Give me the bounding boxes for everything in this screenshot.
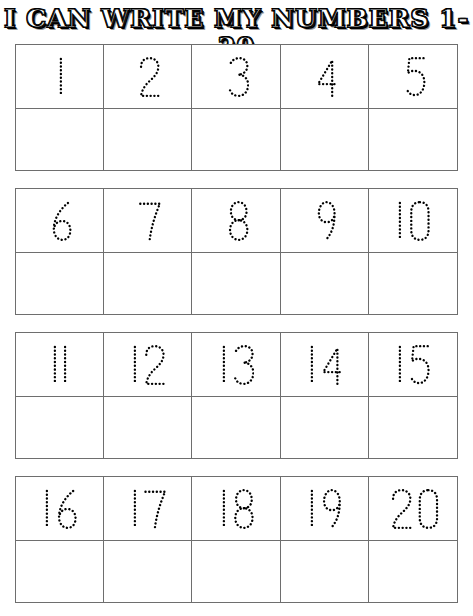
number-cell-6 xyxy=(16,189,104,253)
dotted-number-2 xyxy=(134,55,161,99)
practice-cell-12 xyxy=(104,397,192,458)
number-cell-16 xyxy=(16,477,104,541)
number-cell-9 xyxy=(281,189,369,253)
dotted-number-row xyxy=(16,45,457,109)
dotted-number-8 xyxy=(223,199,250,243)
dotted-number-12 xyxy=(129,343,166,387)
number-cell-3 xyxy=(192,45,280,109)
number-cell-14 xyxy=(281,333,369,397)
dotted-number-9 xyxy=(311,199,338,243)
dotted-number-7 xyxy=(134,199,161,243)
dotted-number-row xyxy=(16,189,457,253)
practice-cell-20 xyxy=(369,541,457,602)
number-cell-1 xyxy=(16,45,104,109)
number-cell-7 xyxy=(104,189,192,253)
dotted-number-11 xyxy=(49,343,69,387)
dotted-number-15 xyxy=(394,343,431,387)
practice-cell-8 xyxy=(192,253,280,314)
practice-cell-7 xyxy=(104,253,192,314)
practice-cell-17 xyxy=(104,541,192,602)
practice-cell-4 xyxy=(281,109,369,170)
dotted-number-13 xyxy=(218,343,255,387)
dotted-number-5 xyxy=(400,55,427,99)
dotted-number-19 xyxy=(306,487,343,531)
practice-row xyxy=(16,253,457,314)
practice-cell-15 xyxy=(369,397,457,458)
number-block-6-10 xyxy=(15,188,458,315)
number-blocks-container xyxy=(15,44,458,616)
practice-cell-2 xyxy=(104,109,192,170)
worksheet-page: I CAN WRITE MY NUMBERS 1-20 xyxy=(0,0,473,616)
practice-cell-19 xyxy=(281,541,369,602)
practice-cell-10 xyxy=(369,253,457,314)
number-cell-15 xyxy=(369,333,457,397)
practice-row xyxy=(16,109,457,170)
practice-cell-5 xyxy=(369,109,457,170)
dotted-number-3 xyxy=(223,55,250,99)
practice-cell-18 xyxy=(192,541,280,602)
dotted-number-18 xyxy=(218,487,255,531)
number-cell-20 xyxy=(369,477,457,541)
practice-cell-1 xyxy=(16,109,104,170)
practice-cell-3 xyxy=(192,109,280,170)
practice-row xyxy=(16,397,457,458)
number-cell-17 xyxy=(104,477,192,541)
practice-cell-14 xyxy=(281,397,369,458)
number-cell-12 xyxy=(104,333,192,397)
dotted-number-row xyxy=(16,333,457,397)
number-cell-13 xyxy=(192,333,280,397)
number-cell-18 xyxy=(192,477,280,541)
dotted-number-4 xyxy=(311,55,338,99)
practice-cell-13 xyxy=(192,397,280,458)
practice-row xyxy=(16,541,457,602)
number-block-1-5 xyxy=(15,44,458,171)
practice-cell-6 xyxy=(16,253,104,314)
number-block-16-20 xyxy=(15,476,458,603)
number-cell-11 xyxy=(16,333,104,397)
practice-cell-9 xyxy=(281,253,369,314)
number-cell-8 xyxy=(192,189,280,253)
dotted-number-14 xyxy=(306,343,343,387)
number-cell-4 xyxy=(281,45,369,109)
dotted-number-16 xyxy=(41,487,78,531)
dotted-number-6 xyxy=(46,199,73,243)
dotted-number-1 xyxy=(55,55,65,99)
dotted-number-10 xyxy=(394,199,431,243)
number-cell-2 xyxy=(104,45,192,109)
number-cell-5 xyxy=(369,45,457,109)
practice-cell-16 xyxy=(16,541,104,602)
number-block-11-15 xyxy=(15,332,458,459)
dotted-number-17 xyxy=(129,487,166,531)
number-cell-19 xyxy=(281,477,369,541)
dotted-number-20 xyxy=(386,487,439,531)
number-cell-10 xyxy=(369,189,457,253)
practice-cell-11 xyxy=(16,397,104,458)
dotted-number-row xyxy=(16,477,457,541)
